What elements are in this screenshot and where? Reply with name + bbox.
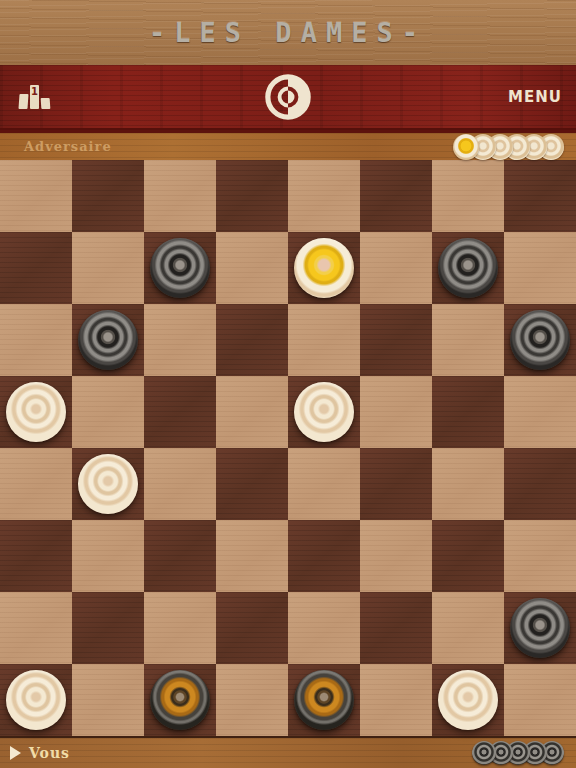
square-h3 (504, 520, 576, 592)
square-f3 (360, 520, 432, 592)
square-g4 (432, 448, 504, 520)
square-b2[interactable] (72, 592, 144, 664)
square-e6 (288, 304, 360, 376)
black-dame-piece[interactable] (294, 670, 354, 730)
captured-black-man (472, 741, 496, 765)
square-b8[interactable] (72, 160, 144, 232)
square-f6[interactable] (360, 304, 432, 376)
square-h4[interactable] (504, 448, 576, 520)
square-h1 (504, 664, 576, 736)
square-b4[interactable] (72, 448, 144, 520)
square-a2 (0, 592, 72, 664)
square-b1 (72, 664, 144, 736)
square-a8 (0, 160, 72, 232)
opponent-label: Adversaire (24, 139, 112, 154)
square-a5[interactable] (0, 376, 72, 448)
black-dame-piece[interactable] (150, 670, 210, 730)
square-e3[interactable] (288, 520, 360, 592)
square-g8 (432, 160, 504, 232)
square-d2[interactable] (216, 592, 288, 664)
white-man-piece[interactable] (6, 382, 66, 442)
square-c3[interactable] (144, 520, 216, 592)
square-h5 (504, 376, 576, 448)
player-label: Vous (29, 745, 70, 761)
square-f1 (360, 664, 432, 736)
square-h8[interactable] (504, 160, 576, 232)
black-man-piece[interactable] (510, 310, 570, 370)
leaderboard-button[interactable]: 1 (19, 85, 50, 109)
opponent-captured-tray (462, 134, 564, 160)
square-f7 (360, 232, 432, 304)
square-c7[interactable] (144, 232, 216, 304)
square-d7 (216, 232, 288, 304)
square-e5[interactable] (288, 376, 360, 448)
square-g7[interactable] (432, 232, 504, 304)
square-c6 (144, 304, 216, 376)
title-header: -LES DAMES- (0, 0, 576, 65)
square-g5[interactable] (432, 376, 504, 448)
square-f2[interactable] (360, 592, 432, 664)
les-dames-app: -LES DAMES- 1 MENU Adversaire Vous (0, 0, 576, 768)
square-d4[interactable] (216, 448, 288, 520)
toolbar: 1 MENU (0, 65, 576, 130)
app-title: -LES DAMES- (149, 17, 427, 48)
square-d1 (216, 664, 288, 736)
square-f8[interactable] (360, 160, 432, 232)
black-man-piece[interactable] (438, 238, 498, 298)
square-d5 (216, 376, 288, 448)
square-d3 (216, 520, 288, 592)
player-captured-tray (479, 741, 564, 765)
square-g3[interactable] (432, 520, 504, 592)
square-c1[interactable] (144, 664, 216, 736)
square-b5 (72, 376, 144, 448)
white-man-piece[interactable] (78, 454, 138, 514)
square-h2[interactable] (504, 592, 576, 664)
square-c8 (144, 160, 216, 232)
square-f4[interactable] (360, 448, 432, 520)
square-e8 (288, 160, 360, 232)
white-man-piece[interactable] (438, 670, 498, 730)
captured-white-dame (453, 134, 479, 160)
white-man-piece[interactable] (6, 670, 66, 730)
black-man-piece[interactable] (510, 598, 570, 658)
podium-rank-label: 1 (30, 86, 39, 97)
two-tone-disc-icon (262, 71, 314, 123)
square-c2 (144, 592, 216, 664)
square-a7[interactable] (0, 232, 72, 304)
square-d8[interactable] (216, 160, 288, 232)
turn-indicator-icon (10, 746, 21, 760)
square-g6 (432, 304, 504, 376)
square-c5[interactable] (144, 376, 216, 448)
square-e7[interactable] (288, 232, 360, 304)
square-e4 (288, 448, 360, 520)
square-g2 (432, 592, 504, 664)
square-f5 (360, 376, 432, 448)
checkers-board (0, 160, 576, 736)
square-b3 (72, 520, 144, 592)
black-man-piece[interactable] (78, 310, 138, 370)
square-h6[interactable] (504, 304, 576, 376)
white-dame-piece[interactable] (294, 238, 354, 298)
square-a1[interactable] (0, 664, 72, 736)
menu-button[interactable]: MENU (508, 88, 562, 106)
square-g1[interactable] (432, 664, 504, 736)
square-d6[interactable] (216, 304, 288, 376)
square-b6[interactable] (72, 304, 144, 376)
square-e1[interactable] (288, 664, 360, 736)
square-a6 (0, 304, 72, 376)
opponent-bar: Adversaire (0, 130, 576, 160)
square-h7 (504, 232, 576, 304)
square-b7 (72, 232, 144, 304)
black-man-piece[interactable] (150, 238, 210, 298)
white-man-piece[interactable] (294, 382, 354, 442)
player-bar: Vous (0, 736, 576, 768)
podium-icon (18, 94, 28, 109)
square-e2 (288, 592, 360, 664)
square-a4 (0, 448, 72, 520)
square-c4 (144, 448, 216, 520)
square-a3[interactable] (0, 520, 72, 592)
